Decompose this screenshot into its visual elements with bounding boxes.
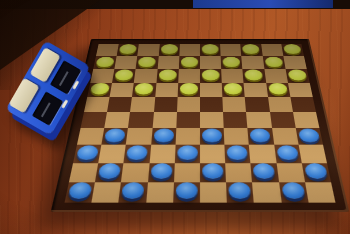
photo-scene	[0, 0, 350, 234]
vignette-overlay	[0, 0, 350, 234]
